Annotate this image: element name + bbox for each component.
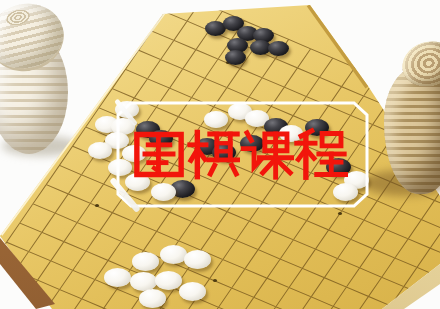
title-char-cheng: [294, 126, 348, 182]
title-overlay: 围棋课程: [0, 0, 440, 309]
go-course-banner: 围棋课程: [0, 0, 440, 309]
page-title: [132, 126, 348, 182]
title-char-qi: [186, 126, 240, 182]
title-char-wei: [132, 126, 186, 182]
title-char-ke: [240, 126, 294, 182]
